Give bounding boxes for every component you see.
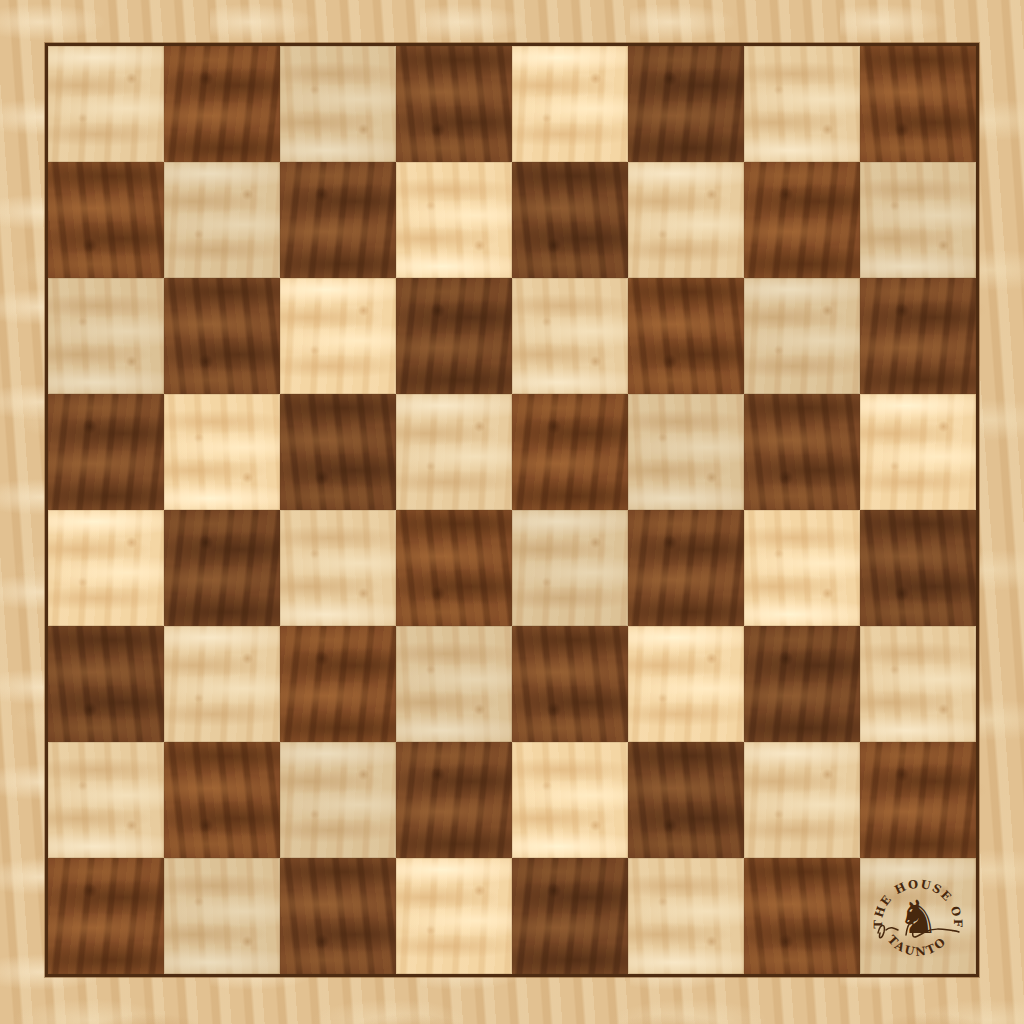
square-e4[interactable]: [512, 510, 628, 626]
square-c3[interactable]: [280, 626, 396, 742]
board-frame: THE HOUSE OF STAUNTON ♞ ™: [0, 0, 1024, 1024]
square-e6[interactable]: [512, 278, 628, 394]
square-h1[interactable]: [860, 858, 976, 974]
square-e1[interactable]: [512, 858, 628, 974]
square-e7[interactable]: [512, 162, 628, 278]
square-f2[interactable]: [628, 742, 744, 858]
square-h6[interactable]: [860, 278, 976, 394]
square-h3[interactable]: [860, 626, 976, 742]
square-f5[interactable]: [628, 394, 744, 510]
square-b6[interactable]: [164, 278, 280, 394]
square-e2[interactable]: [512, 742, 628, 858]
square-d7[interactable]: [396, 162, 512, 278]
square-c7[interactable]: [280, 162, 396, 278]
square-b7[interactable]: [164, 162, 280, 278]
square-g8[interactable]: [744, 46, 860, 162]
square-a2[interactable]: [48, 742, 164, 858]
square-g7[interactable]: [744, 162, 860, 278]
square-a5[interactable]: [48, 394, 164, 510]
board-pinstripe-border: [45, 43, 979, 977]
square-h2[interactable]: [860, 742, 976, 858]
square-d4[interactable]: [396, 510, 512, 626]
square-g1[interactable]: [744, 858, 860, 974]
square-g5[interactable]: [744, 394, 860, 510]
square-a1[interactable]: [48, 858, 164, 974]
square-d5[interactable]: [396, 394, 512, 510]
square-c2[interactable]: [280, 742, 396, 858]
square-h4[interactable]: [860, 510, 976, 626]
square-b3[interactable]: [164, 626, 280, 742]
square-c4[interactable]: [280, 510, 396, 626]
square-d8[interactable]: [396, 46, 512, 162]
square-b2[interactable]: [164, 742, 280, 858]
square-f3[interactable]: [628, 626, 744, 742]
square-a4[interactable]: [48, 510, 164, 626]
square-a3[interactable]: [48, 626, 164, 742]
square-d2[interactable]: [396, 742, 512, 858]
square-b4[interactable]: [164, 510, 280, 626]
square-c8[interactable]: [280, 46, 396, 162]
square-f6[interactable]: [628, 278, 744, 394]
square-b5[interactable]: [164, 394, 280, 510]
square-d6[interactable]: [396, 278, 512, 394]
square-e5[interactable]: [512, 394, 628, 510]
square-a8[interactable]: [48, 46, 164, 162]
square-c6[interactable]: [280, 278, 396, 394]
square-f1[interactable]: [628, 858, 744, 974]
square-h8[interactable]: [860, 46, 976, 162]
square-e8[interactable]: [512, 46, 628, 162]
square-c1[interactable]: [280, 858, 396, 974]
square-g4[interactable]: [744, 510, 860, 626]
square-g3[interactable]: [744, 626, 860, 742]
square-d3[interactable]: [396, 626, 512, 742]
square-a7[interactable]: [48, 162, 164, 278]
square-a6[interactable]: [48, 278, 164, 394]
square-h5[interactable]: [860, 394, 976, 510]
square-f8[interactable]: [628, 46, 744, 162]
board-grid: [48, 46, 976, 974]
square-b1[interactable]: [164, 858, 280, 974]
square-g6[interactable]: [744, 278, 860, 394]
square-e3[interactable]: [512, 626, 628, 742]
square-d1[interactable]: [396, 858, 512, 974]
square-b8[interactable]: [164, 46, 280, 162]
square-h7[interactable]: [860, 162, 976, 278]
square-c5[interactable]: [280, 394, 396, 510]
square-g2[interactable]: [744, 742, 860, 858]
square-f7[interactable]: [628, 162, 744, 278]
square-f4[interactable]: [628, 510, 744, 626]
